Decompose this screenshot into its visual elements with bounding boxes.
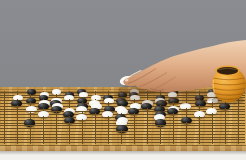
board-cell (206, 141, 219, 144)
board-cell (232, 141, 245, 144)
board-cell (63, 141, 76, 144)
board-cell (141, 141, 154, 144)
board-grid (0, 91, 245, 144)
board-cell (50, 141, 63, 144)
board-cell (180, 141, 193, 144)
board-cell (102, 141, 115, 144)
board-cell (89, 141, 102, 144)
board-cell (193, 141, 206, 144)
board-cell (219, 141, 232, 144)
board-cell (24, 141, 37, 144)
board-cell (76, 141, 89, 144)
board-cell (11, 141, 24, 144)
go-board (0, 87, 246, 145)
board-cell (115, 141, 128, 144)
go-photo-scene (0, 0, 246, 160)
board-cell (0, 141, 11, 144)
board-cell (154, 141, 167, 144)
board-cell (167, 141, 180, 144)
table-surface (0, 151, 246, 160)
board-cell (37, 141, 50, 144)
board-cell (128, 141, 141, 144)
